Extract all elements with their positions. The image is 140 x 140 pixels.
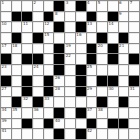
white-cell-r2c4[interactable] [33, 12, 43, 22]
clue-number: 1 [2, 1, 5, 5]
white-cell-r10c13[interactable] [129, 97, 139, 107]
clue-number: 31 [130, 87, 135, 91]
clue-number: 14 [108, 22, 113, 26]
white-cell-r1c7[interactable]: 3 [65, 1, 75, 11]
clue-number: 11 [23, 22, 28, 26]
clue-number: 5 [98, 1, 101, 5]
clue-number: 30 [108, 87, 113, 91]
white-cell-r11c7[interactable] [65, 108, 75, 118]
black-cell-r13c8 [76, 129, 86, 139]
white-cell-r12c13[interactable] [129, 119, 139, 129]
white-cell-r11c3[interactable] [22, 108, 32, 118]
white-cell-r9c1[interactable]: 27 [1, 87, 11, 97]
black-cell-r10c12 [119, 97, 129, 107]
white-cell-r2c8[interactable] [76, 12, 86, 22]
black-cell-r6c3 [22, 54, 32, 64]
white-cell-r3c10[interactable] [97, 22, 107, 32]
white-cell-r2c7[interactable] [65, 12, 75, 22]
white-cell-r1c9[interactable]: 4 [87, 1, 97, 11]
white-cell-r9c6[interactable]: 28 [54, 87, 64, 97]
clue-number: 32 [23, 97, 28, 101]
black-cell-r10c2 [12, 97, 22, 107]
black-cell-r4c2 [12, 33, 22, 43]
white-cell-r5c5[interactable] [44, 44, 54, 54]
white-cell-r8c9[interactable] [87, 76, 97, 86]
white-cell-r13c13[interactable] [129, 129, 139, 139]
white-cell-r1c13[interactable]: 7 [129, 1, 139, 11]
white-cell-r8c12[interactable] [119, 76, 129, 86]
white-cell-r9c9[interactable]: 29 [87, 87, 97, 97]
white-cell-r4c7[interactable] [65, 33, 75, 43]
white-cell-r8c7[interactable] [65, 76, 75, 86]
white-cell-r4c6[interactable] [54, 33, 64, 43]
white-cell-r9c10[interactable] [97, 87, 107, 97]
black-cell-r12c9 [87, 119, 97, 129]
black-cell-r8c5 [44, 76, 54, 86]
white-cell-r9c13[interactable]: 31 [129, 87, 139, 97]
white-cell-r13c12[interactable] [119, 129, 129, 139]
black-cell-r8c13 [129, 76, 139, 86]
clue-number: 35 [12, 108, 17, 112]
white-cell-r11c9[interactable]: 37 [87, 108, 97, 118]
white-cell-r4c11[interactable] [108, 33, 118, 43]
white-cell-r3c9[interactable]: 13 [87, 22, 97, 32]
black-cell-r12c3 [22, 119, 32, 129]
black-cell-r8c3 [22, 76, 32, 86]
clue-number: 33 [44, 97, 49, 101]
black-cell-r12c12 [119, 119, 129, 129]
white-cell-r6c12[interactable] [119, 54, 129, 64]
white-cell-r12c10[interactable] [97, 119, 107, 129]
black-cell-r5c9 [87, 44, 97, 54]
white-cell-r9c12[interactable] [119, 87, 129, 97]
white-cell-r12c6[interactable]: 40 [54, 119, 64, 129]
white-cell-r11c13[interactable] [129, 108, 139, 118]
clue-number: 39 [2, 119, 7, 123]
clue-number: 23 [2, 65, 7, 69]
clue-number: 22 [66, 54, 71, 58]
black-cell-r6c11 [108, 54, 118, 64]
black-cell-r2c2 [12, 12, 22, 22]
white-cell-r5c1[interactable]: 17 [1, 44, 11, 54]
white-cell-r10c5[interactable]: 33 [44, 97, 54, 107]
clue-number: 24 [34, 65, 39, 69]
black-cell-r11c8 [76, 108, 86, 118]
black-cell-r13c6 [54, 129, 64, 139]
black-cell-r10c10 [97, 97, 107, 107]
white-cell-r7c4[interactable]: 24 [33, 65, 43, 75]
white-cell-r10c8[interactable] [76, 97, 86, 107]
white-cell-r10c11[interactable] [108, 97, 118, 107]
white-cell-r9c7[interactable] [65, 87, 75, 97]
white-cell-r6c10[interactable] [97, 54, 107, 64]
black-cell-r2c11 [108, 12, 118, 22]
white-cell-r12c2[interactable] [12, 119, 22, 129]
clue-number: 29 [87, 87, 92, 91]
black-cell-r12c5 [44, 119, 54, 129]
clue-number: 42 [87, 129, 92, 133]
black-cell-r9c8 [76, 87, 86, 97]
clue-number: 10 [2, 22, 7, 26]
white-cell-r13c3[interactable] [22, 129, 32, 139]
white-cell-r5c7[interactable]: 19 [65, 44, 75, 54]
white-cell-r6c5[interactable] [44, 54, 54, 64]
white-cell-r8c2[interactable] [12, 76, 22, 86]
white-cell-r11c4[interactable]: 36 [33, 108, 43, 118]
white-cell-r13c5[interactable] [44, 129, 54, 139]
white-cell-r3c13[interactable] [129, 22, 139, 32]
black-cell-r3c8 [76, 22, 86, 32]
white-cell-r12c8[interactable] [76, 119, 86, 129]
white-cell-r11c2[interactable]: 35 [12, 108, 22, 118]
white-cell-r7c2[interactable] [12, 65, 22, 75]
white-cell-r10c1[interactable] [1, 97, 11, 107]
white-cell-r3c12[interactable] [119, 22, 129, 32]
white-cell-r7c1[interactable]: 23 [1, 65, 11, 75]
white-cell-r8c6[interactable]: 26 [54, 76, 64, 86]
black-cell-r10c4 [33, 97, 43, 107]
white-cell-r3c3[interactable]: 11 [22, 22, 32, 32]
white-cell-r4c5[interactable]: 15 [44, 33, 54, 43]
white-cell-r1c5[interactable] [44, 1, 54, 11]
white-cell-r13c9[interactable]: 42 [87, 129, 97, 139]
white-cell-r13c4[interactable] [33, 129, 43, 139]
clue-number: 12 [44, 22, 49, 26]
white-cell-r7c12[interactable] [119, 65, 129, 75]
white-cell-r2c10[interactable] [97, 12, 107, 22]
white-cell-r12c4[interactable] [33, 119, 43, 129]
black-cell-r6c9 [87, 54, 97, 64]
white-cell-r5c8[interactable] [76, 44, 86, 54]
clue-number: 28 [55, 87, 60, 91]
black-cell-r8c8 [76, 76, 86, 86]
black-cell-r3c6 [54, 22, 64, 32]
black-cell-r2c5 [44, 12, 54, 22]
clue-number: 19 [66, 44, 71, 48]
white-cell-r5c13[interactable] [129, 44, 139, 54]
black-cell-r2c9 [87, 12, 97, 22]
white-cell-r4c1[interactable] [1, 33, 11, 43]
clue-number: 21 [119, 44, 124, 48]
clue-number: 37 [87, 108, 92, 112]
clue-number: 36 [34, 108, 39, 112]
clue-number: 3 [66, 1, 69, 5]
clue-number: 4 [87, 1, 90, 5]
white-cell-r6c8[interactable] [76, 54, 86, 64]
white-cell-r1c12[interactable]: 6 [119, 1, 129, 11]
white-cell-r7c3[interactable] [22, 65, 32, 75]
white-cell-r13c10[interactable] [97, 129, 107, 139]
white-cell-r7c9[interactable]: 25 [87, 65, 97, 75]
white-cell-r10c6[interactable] [54, 97, 64, 107]
black-cell-r4c4 [33, 33, 43, 43]
clue-number: 9 [119, 12, 122, 16]
white-cell-r4c8[interactable]: 16 [76, 33, 86, 43]
white-cell-r11c1[interactable]: 34 [1, 108, 11, 118]
white-cell-r2c6[interactable]: 8 [54, 12, 64, 22]
white-cell-r2c1[interactable] [1, 12, 11, 22]
white-cell-r3c1[interactable]: 10 [1, 22, 11, 32]
white-cell-r11c12[interactable] [119, 108, 129, 118]
white-cell-r5c2[interactable]: 18 [12, 44, 22, 54]
clue-number: 2 [34, 1, 37, 5]
clue-number: 13 [87, 22, 92, 26]
white-cell-r6c7[interactable]: 22 [65, 54, 75, 64]
white-cell-r5c3[interactable] [22, 44, 32, 54]
white-cell-r8c4[interactable] [33, 76, 43, 86]
white-cell-r1c10[interactable]: 5 [97, 1, 107, 11]
white-cell-r5c4[interactable] [33, 44, 43, 54]
white-cell-r7c7[interactable] [65, 65, 75, 75]
white-cell-r6c2[interactable] [12, 54, 22, 64]
clue-number: 26 [55, 76, 60, 80]
crossword-board: 1234567891011121314151617181920212223242… [0, 0, 140, 140]
black-cell-r6c13 [129, 54, 139, 64]
black-cell-r7c6 [54, 65, 64, 75]
white-cell-r11c5[interactable] [44, 108, 54, 118]
white-cell-r3c2[interactable] [12, 22, 22, 32]
white-cell-r13c7[interactable] [65, 129, 75, 139]
clue-number: 15 [44, 33, 49, 37]
black-cell-r4c10 [97, 33, 107, 43]
black-cell-r12c11 [108, 119, 118, 129]
black-cell-r6c4 [33, 54, 43, 64]
clue-number: 25 [87, 65, 92, 69]
white-cell-r13c2[interactable] [12, 129, 22, 139]
white-cell-r4c3[interactable] [22, 33, 32, 43]
black-cell-r8c11 [108, 76, 118, 86]
black-cell-r11c6 [54, 108, 64, 118]
white-cell-r9c2[interactable] [12, 87, 22, 97]
white-cell-r4c13[interactable] [129, 33, 139, 43]
black-cell-r1c8 [76, 1, 86, 11]
white-cell-r7c11[interactable] [108, 65, 118, 75]
white-cell-r13c1[interactable]: 41 [1, 129, 11, 139]
clue-number: 34 [2, 108, 7, 112]
white-cell-r1c1[interactable]: 1 [1, 1, 11, 11]
black-cell-r8c10 [97, 76, 107, 86]
clue-number: 6 [119, 1, 122, 5]
white-cell-r2c13[interactable] [129, 12, 139, 22]
white-cell-r2c12[interactable]: 9 [119, 12, 129, 22]
black-cell-r8c1 [1, 76, 11, 86]
white-cell-r11c10[interactable]: 38 [97, 108, 107, 118]
white-cell-r3c11[interactable]: 14 [108, 22, 118, 32]
black-cell-r5c11 [108, 44, 118, 54]
white-cell-r9c4[interactable] [33, 87, 43, 97]
white-cell-r5c10[interactable]: 20 [97, 44, 107, 54]
clue-number: 8 [55, 12, 58, 16]
white-cell-r10c7[interactable] [65, 97, 75, 107]
black-cell-r9c5 [44, 87, 54, 97]
clue-number: 41 [2, 129, 7, 133]
white-cell-r10c3[interactable]: 32 [22, 97, 32, 107]
white-cell-r3c4[interactable] [33, 22, 43, 32]
white-cell-r10c9[interactable] [87, 97, 97, 107]
clue-number: 18 [12, 44, 17, 48]
black-cell-r2c3 [22, 12, 32, 22]
black-cell-r6c1 [1, 54, 11, 64]
white-cell-r1c4[interactable]: 2 [33, 1, 43, 11]
clue-number: 27 [2, 87, 7, 91]
clue-number: 16 [76, 33, 81, 37]
white-cell-r12c1[interactable]: 39 [1, 119, 11, 129]
white-cell-r13c11[interactable] [108, 129, 118, 139]
white-cell-r3c7[interactable] [65, 22, 75, 32]
black-cell-r7c8 [76, 65, 86, 75]
white-cell-r4c9[interactable] [87, 33, 97, 43]
white-cell-r3c5[interactable]: 12 [44, 22, 54, 32]
white-cell-r7c10[interactable] [97, 65, 107, 75]
white-cell-r12c7[interactable] [65, 119, 75, 129]
clue-number: 7 [130, 1, 133, 5]
clue-number: 17 [2, 44, 7, 48]
white-cell-r9c11[interactable]: 30 [108, 87, 118, 97]
white-cell-r11c11[interactable] [108, 108, 118, 118]
black-cell-r1c6 [54, 1, 64, 11]
white-cell-r7c13[interactable] [129, 65, 139, 75]
clue-number: 38 [98, 108, 103, 112]
black-cell-r9c3 [22, 87, 32, 97]
white-cell-r1c2[interactable] [12, 1, 22, 11]
clue-number: 20 [98, 44, 103, 48]
clue-number: 40 [55, 119, 60, 123]
white-cell-r1c11[interactable] [108, 1, 118, 11]
white-cell-r5c12[interactable]: 21 [119, 44, 129, 54]
white-cell-r7c5[interactable] [44, 65, 54, 75]
black-cell-r4c12 [119, 33, 129, 43]
white-cell-r1c3[interactable] [22, 1, 32, 11]
black-cell-r6c6 [54, 54, 64, 64]
black-cell-r5c6 [54, 44, 64, 54]
